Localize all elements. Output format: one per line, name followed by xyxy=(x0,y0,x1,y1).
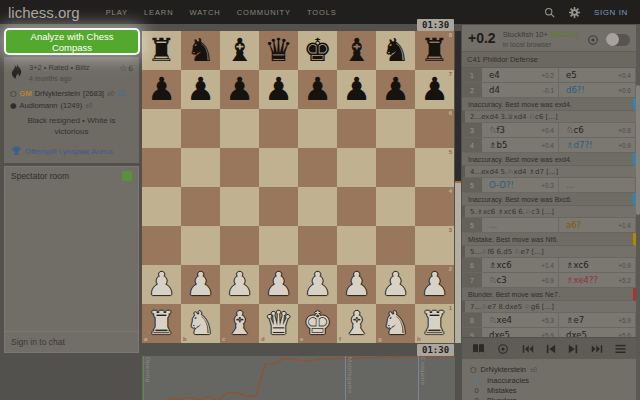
engine-info: Stockfish 10+ WASMX in local browser xyxy=(503,30,578,50)
stat-items: 1Inaccuracies0Mistakes0Blunders xyxy=(470,376,628,400)
white-move[interactable]: ♗b5+0.4 xyxy=(482,138,559,152)
black-bishop-piece[interactable]: ♝ xyxy=(337,31,376,70)
phase-line-middlegame xyxy=(345,356,346,400)
phase-line-endgame xyxy=(418,356,419,400)
square-b7[interactable]: ♟ xyxy=(181,70,220,109)
opening-name: C41 Philidor Defense xyxy=(462,51,636,68)
white-move[interactable]: ♗xc6+1.4 xyxy=(482,258,559,272)
white-pawn-piece[interactable]: ♟ xyxy=(376,265,415,304)
stat-label: Mistakes xyxy=(487,386,517,395)
black-move[interactable]: ♗xe4??+5.2 xyxy=(559,273,636,287)
black-move[interactable]: ♗e7+5.9 xyxy=(559,313,636,327)
square-g8[interactable]: ♞ xyxy=(376,31,415,70)
san-black: a6? xyxy=(566,220,581,230)
square-g1[interactable]: ♞g xyxy=(376,304,415,343)
eval-black: +5.9 xyxy=(618,317,631,324)
square-h2[interactable]: ♟2 xyxy=(415,265,454,304)
move-number: 4 xyxy=(462,138,482,152)
chat-panel: Spectator room Sign in to chat xyxy=(4,166,139,353)
square-c2[interactable]: ♟ xyxy=(220,265,259,304)
scrollbar-thumb[interactable] xyxy=(636,85,640,215)
white-king-piece[interactable]: ♚ xyxy=(298,304,337,343)
nav-item-play[interactable]: PLAY xyxy=(106,8,128,17)
file-label-d: d xyxy=(261,336,265,342)
variation-line[interactable]: 7...♘e7 8.dxe5 ♘g6 [...] xyxy=(462,301,636,313)
rating-diff: ±0 xyxy=(85,102,92,109)
target-icon[interactable] xyxy=(497,343,509,355)
san-black: ♗xe4?? xyxy=(566,275,598,285)
top-nav: lichess.org PLAYLEARNWATCHCOMMUNITYTOOLS… xyxy=(0,0,640,24)
black-knight-piece[interactable]: ♞ xyxy=(376,31,415,70)
board: ♜♞♝♛♚♝♞♜8♟♟♟♟♟♟♟♟76543♟♟♟♟♟♟♟♟2♜a♞b♝c♛d♚… xyxy=(142,31,454,343)
white-pawn-piece[interactable]: ♟ xyxy=(259,265,298,304)
white-bishop-piece[interactable]: ♝ xyxy=(337,304,376,343)
move-row: 1e4+0.2e5+0.4 xyxy=(462,68,636,83)
variation-line[interactable]: 5.♗xc6 ♗xc6 6.♘c3 [...] xyxy=(462,206,636,218)
sign-in-link[interactable]: SIGN IN xyxy=(594,8,628,17)
move-row: 4♗b5+0.4♗d7?!+0.9 xyxy=(462,138,636,153)
file-label-c: c xyxy=(222,336,225,342)
stats-player-diff: ±0 xyxy=(530,366,537,373)
san-black: ... xyxy=(566,180,574,190)
black-knight-piece[interactable]: ♞ xyxy=(181,31,220,70)
player-name: Audiomann xyxy=(20,101,58,110)
file-label-e: e xyxy=(300,336,303,342)
blitz-flame-icon xyxy=(10,63,23,84)
san-black: e5 xyxy=(566,70,577,80)
threat-target-icon[interactable] xyxy=(587,34,599,46)
variation-line[interactable]: 4...exd4 5.♘xd4 ♗d7 [...] xyxy=(462,166,636,178)
square-a3[interactable] xyxy=(142,226,181,265)
eval-white: +0.9 xyxy=(541,277,554,284)
square-d4[interactable] xyxy=(259,187,298,226)
square-e8[interactable]: ♚ xyxy=(298,31,337,70)
square-c8[interactable]: ♝ xyxy=(220,31,259,70)
analysis-toolbar xyxy=(462,337,636,359)
san-black: ♗d7?! xyxy=(566,140,592,150)
trophy-icon xyxy=(12,146,21,157)
square-a8[interactable]: ♜ xyxy=(142,31,181,70)
san-white: ... xyxy=(489,220,497,230)
square-h1[interactable]: ♜h1 xyxy=(415,304,454,343)
white-move[interactable]: ♘xe4+5.3 xyxy=(482,313,559,327)
square-f1[interactable]: ♝f xyxy=(337,304,376,343)
rank-label-5: 5 xyxy=(449,149,452,155)
move-row: 3♘f3+0.4♘c6+0.8 xyxy=(462,123,636,138)
square-e2[interactable]: ♟ xyxy=(298,265,337,304)
file-label-f: f xyxy=(339,336,341,342)
square-f5[interactable] xyxy=(337,148,376,187)
san-white: ♘c3 xyxy=(489,275,507,285)
move-number: 6 xyxy=(462,258,482,272)
white-move[interactable]: O-O?!+0.3 xyxy=(482,178,559,192)
eval-white: +1.4 xyxy=(541,262,554,269)
advantage-line xyxy=(142,356,455,400)
white-pawn-piece[interactable]: ♟ xyxy=(337,265,376,304)
file-label-g: g xyxy=(378,336,382,342)
judgment-comment: Blunder. Best move was Ne7. xyxy=(462,288,636,301)
rating-diff: ±0 xyxy=(107,90,114,97)
judgment-comment: Inaccuracy. Best move was exd4. xyxy=(462,98,636,111)
eval-white: +0.4 xyxy=(541,127,554,134)
chat-title: Spectator room xyxy=(11,171,69,181)
rank-label-4: 4 xyxy=(449,188,452,194)
variation-line[interactable]: 2...exd4 3.♕xd4 ♘c6 [...] xyxy=(462,111,636,123)
file-label-a: a xyxy=(144,336,147,342)
first-icon[interactable] xyxy=(522,344,534,354)
san-black: d6?! xyxy=(566,85,585,95)
square-e4[interactable] xyxy=(298,187,337,226)
white-move[interactable]: ... xyxy=(482,218,559,232)
eval-gauge-tick xyxy=(455,181,461,183)
square-g3[interactable] xyxy=(376,226,415,265)
star-outline-icon: ☆ xyxy=(119,63,127,84)
white-pawn-piece[interactable]: ♟ xyxy=(181,265,220,304)
stat-blunders: 0Blunders xyxy=(473,396,628,400)
black-move[interactable]: d6?!+0.6 xyxy=(559,83,636,97)
square-g2[interactable]: ♟ xyxy=(376,265,415,304)
square-d7[interactable]: ♟ xyxy=(259,70,298,109)
black-king-piece[interactable]: ♚ xyxy=(298,31,337,70)
game-result: Black resigned • White is victorious xyxy=(4,116,139,138)
square-h5[interactable]: 5 xyxy=(415,148,454,187)
lichess-logo[interactable]: lichess.org xyxy=(8,4,80,21)
square-b8[interactable]: ♞ xyxy=(181,31,220,70)
square-d8[interactable]: ♛ xyxy=(259,31,298,70)
stat-count: 0 xyxy=(473,386,480,395)
move-number: 5 xyxy=(462,178,482,192)
rank-label-1: 1 xyxy=(449,305,452,311)
square-f4[interactable] xyxy=(337,187,376,226)
square-b1[interactable]: ♞b xyxy=(181,304,220,343)
square-a5[interactable] xyxy=(142,148,181,187)
black-move[interactable]: a6?+1.4 xyxy=(559,218,636,232)
stat-mistakes: 0Mistakes xyxy=(473,386,628,395)
eval-black: +0.9 xyxy=(618,262,631,269)
stat-count: 1 xyxy=(473,376,480,385)
player-rating: [2683] xyxy=(83,89,104,98)
black-clock: 01:30 xyxy=(417,19,454,31)
white-pawn-piece[interactable]: ♟ xyxy=(142,265,181,304)
rank-label-3: 3 xyxy=(449,227,452,233)
analysis-panel: +0.2 Stockfish 10+ WASMX in local browse… xyxy=(462,25,636,400)
eval-gauge-black xyxy=(455,31,461,181)
move-row: 9dxe5+5.9dxe5+5.6 xyxy=(462,328,636,337)
eval-black: +0.8 xyxy=(618,127,631,134)
eval-black: +0.6 xyxy=(618,87,631,94)
eval-black: +5.2 xyxy=(618,277,631,284)
variation-line[interactable]: 5...♘f6 6.d5 ♘e7 [...] xyxy=(462,246,636,258)
eval-black: +0.4 xyxy=(618,72,631,79)
move-row: 8♘xe4+5.3♗e7+5.9 xyxy=(462,313,636,328)
next-icon[interactable] xyxy=(568,344,578,354)
rank-label-7: 7 xyxy=(449,71,452,77)
phase-label-endgame: Endgame xyxy=(420,357,426,386)
rank-label-6: 6 xyxy=(449,110,452,116)
white-move[interactable]: dxe5+5.9 xyxy=(482,328,559,337)
black-move[interactable]: ♘c6+0.8 xyxy=(559,123,636,137)
file-label-b: b xyxy=(183,336,187,342)
square-h6[interactable]: 6 xyxy=(415,109,454,148)
eval-white: -0.1 xyxy=(543,87,554,94)
square-g4[interactable] xyxy=(376,187,415,226)
black-move[interactable]: ♗xc6+0.9 xyxy=(559,258,636,272)
san-black: ♘c6 xyxy=(566,125,584,135)
san-white: ♘xe4 xyxy=(489,315,512,325)
stat-inaccuracies: 1Inaccuracies xyxy=(473,376,628,385)
square-d6[interactable] xyxy=(259,109,298,148)
square-h3[interactable]: 3 xyxy=(415,226,454,265)
square-b4[interactable] xyxy=(181,187,220,226)
square-f2[interactable]: ♟ xyxy=(337,265,376,304)
time-control-label: 3+2 • Rated • Blitz xyxy=(29,63,90,72)
game-meta-panel: 3+2 • Rated • Blitz 4 months ago ☆6 ○GMD… xyxy=(4,57,139,163)
gear-icon[interactable] xyxy=(569,7,580,18)
san-black: dxe5 xyxy=(566,330,587,337)
advantage-chart[interactable]: OpeningMiddlegameEndgame xyxy=(142,356,455,400)
game-date: 4 months ago xyxy=(29,75,90,82)
square-c5[interactable] xyxy=(220,148,259,187)
square-g6[interactable] xyxy=(376,109,415,148)
square-c6[interactable] xyxy=(220,109,259,148)
nav-item-watch[interactable]: WATCH xyxy=(189,8,220,17)
move-row: 2d4-0.1d6?!+0.6 xyxy=(462,83,636,98)
engine-sub: in local browser xyxy=(503,41,552,48)
players-list: ○GMDrNykterstein[2683]±0●Audiomann(1249)… xyxy=(4,89,139,110)
black-move[interactable]: ... xyxy=(559,178,636,192)
file-label-h: h xyxy=(417,336,421,342)
black-pawn-piece[interactable]: ♟ xyxy=(376,70,415,109)
chat-login-prompt[interactable]: Sign in to chat xyxy=(5,331,138,352)
square-f7[interactable]: ♟ xyxy=(337,70,376,109)
eval-white: +0.3 xyxy=(541,182,554,189)
square-a4[interactable] xyxy=(142,187,181,226)
square-c4[interactable] xyxy=(220,187,259,226)
square-e3[interactable] xyxy=(298,226,337,265)
player-row-black[interactable]: ●Audiomann(1249)±0 xyxy=(10,101,133,110)
square-e1[interactable]: ♚e xyxy=(298,304,337,343)
black-pawn-piece[interactable]: ♟ xyxy=(259,70,298,109)
engine-toggle-knob xyxy=(606,33,619,46)
move-number: 2 xyxy=(462,83,482,97)
square-b5[interactable] xyxy=(181,148,220,187)
eval-gauge xyxy=(455,31,461,343)
eval-black: +1.4 xyxy=(618,222,631,229)
prev-icon[interactable] xyxy=(546,344,556,354)
lichess-analysis-page: lichess.org PLAYLEARNWATCHCOMMUNITYTOOLS… xyxy=(0,0,640,400)
black-pawn-piece[interactable]: ♟ xyxy=(337,70,376,109)
move-row: 7♘c3+0.9♗xe4??+5.2 xyxy=(462,273,636,288)
book-icon[interactable] xyxy=(472,343,485,354)
phase-label-opening: Opening xyxy=(145,357,151,383)
square-d1[interactable]: ♛d xyxy=(259,304,298,343)
white-pawn-piece[interactable]: ♟ xyxy=(220,265,259,304)
stat-label: Inaccuracies xyxy=(487,376,529,385)
white-circle-icon: ○ xyxy=(10,89,17,98)
square-g7[interactable]: ♟ xyxy=(376,70,415,109)
square-h7[interactable]: ♟7 xyxy=(415,70,454,109)
san-white: e4 xyxy=(489,70,500,80)
san-white: O-O?! xyxy=(489,180,514,190)
stat-label: Blunders xyxy=(487,396,517,400)
player-rating: (1249) xyxy=(61,101,83,110)
white-clock: 01:30 xyxy=(417,344,454,356)
square-a6[interactable] xyxy=(142,109,181,148)
white-move[interactable]: e4+0.2 xyxy=(482,68,559,82)
panel-scrollbar xyxy=(636,25,640,400)
black-bishop-piece[interactable]: ♝ xyxy=(220,31,259,70)
black-circle-icon: ● xyxy=(10,101,17,110)
square-f6[interactable] xyxy=(337,109,376,148)
move-number: 3 xyxy=(462,123,482,137)
white-move[interactable]: ♘f3+0.4 xyxy=(482,123,559,137)
nav-item-community[interactable]: COMMUNITY xyxy=(237,8,291,17)
san-white: dxe5 xyxy=(489,330,510,337)
black-move[interactable]: e5+0.4 xyxy=(559,68,636,82)
san-white: d4 xyxy=(489,85,500,95)
stat-count: 0 xyxy=(473,396,480,400)
square-b3[interactable] xyxy=(181,226,220,265)
tournament-name: Offerspill Lynsjakk Arena xyxy=(25,147,113,156)
square-c1[interactable]: ♝c xyxy=(220,304,259,343)
last-icon[interactable] xyxy=(591,344,603,354)
square-d3[interactable] xyxy=(259,226,298,265)
eval-white: +0.4 xyxy=(541,142,554,149)
black-move[interactable]: dxe5+5.6 xyxy=(559,328,636,337)
san-black: ♗e7 xyxy=(566,315,584,325)
black-queen-piece[interactable]: ♛ xyxy=(259,31,298,70)
move-row: 5O-O?!+0.3... xyxy=(462,178,636,193)
nav-right: SIGN IN xyxy=(544,7,628,18)
player-row-white[interactable]: ○GMDrNykterstein[2683]±0 xyxy=(10,89,133,98)
san-white: ♗xc6 xyxy=(489,260,512,270)
engine-badge: WASMX xyxy=(550,30,578,39)
white-rook-piece[interactable]: ♜ xyxy=(142,304,181,343)
square-e7[interactable]: ♟ xyxy=(298,70,337,109)
search-icon[interactable] xyxy=(544,7,555,18)
nav-menu: PLAYLEARNWATCHCOMMUNITYTOOLS xyxy=(106,8,337,17)
black-pawn-piece[interactable]: ♟ xyxy=(298,70,337,109)
eval-white: +5.3 xyxy=(541,317,554,324)
stats-player-name: DrNykterstein xyxy=(481,365,526,374)
engine-eval: +0.2 xyxy=(468,30,496,46)
square-a7[interactable]: ♟ xyxy=(142,70,181,109)
square-e6[interactable] xyxy=(298,109,337,148)
nav-item-learn[interactable]: LEARN xyxy=(144,8,174,17)
move-number: 9 xyxy=(462,328,482,337)
san-white: ♗b5 xyxy=(489,140,507,150)
phase-line-opening xyxy=(143,356,144,400)
rank-label-2: 2 xyxy=(449,266,452,272)
square-e5[interactable] xyxy=(298,148,337,187)
analyze-with-chess-compass-button[interactable]: Analyze with Chess Compass xyxy=(6,30,138,53)
favorite-star[interactable]: ☆6 xyxy=(119,63,133,84)
move-number: 1 xyxy=(462,68,482,82)
chat-messages xyxy=(5,183,138,331)
move-list: 1e4+0.2e5+0.42d4-0.1d6?!+0.6Inaccuracy. … xyxy=(462,68,636,337)
square-f8[interactable]: ♝ xyxy=(337,31,376,70)
engine-name: Stockfish 10+ xyxy=(503,30,548,39)
square-c7[interactable]: ♟ xyxy=(220,70,259,109)
star-count: 6 xyxy=(128,64,133,84)
white-pawn-piece[interactable]: ♟ xyxy=(298,265,337,304)
phase-label-middlegame: Middlegame xyxy=(347,357,353,394)
square-c3[interactable] xyxy=(220,226,259,265)
move-row: 6♗xc6+1.4♗xc6+0.9 xyxy=(462,258,636,273)
black-move[interactable]: ♗d7?!+0.9 xyxy=(559,138,636,152)
square-a2[interactable]: ♟ xyxy=(142,265,181,304)
judgment-comment: Inaccuracy. Best move was exd4. xyxy=(462,153,636,166)
move-number: 8 xyxy=(462,313,482,327)
square-g5[interactable] xyxy=(376,148,415,187)
black-pawn-piece[interactable]: ♟ xyxy=(142,70,181,109)
chat-toggle[interactable] xyxy=(122,171,132,181)
square-b2[interactable]: ♟ xyxy=(181,265,220,304)
san-white: ♘f3 xyxy=(489,125,505,135)
rank-label-8: 8 xyxy=(449,32,452,38)
white-move[interactable]: d4-0.1 xyxy=(482,83,559,97)
black-rook-piece[interactable]: ♜ xyxy=(142,31,181,70)
judgment-comment: Inaccuracy. Best move was Bxc6. xyxy=(462,193,636,206)
player-name: DrNykterstein xyxy=(35,89,80,98)
nav-item-tools[interactable]: TOOLS xyxy=(307,8,337,17)
black-pawn-piece[interactable]: ♟ xyxy=(181,70,220,109)
player-title: GM xyxy=(20,89,32,98)
black-pawn-piece[interactable]: ♟ xyxy=(220,70,259,109)
eval-black: +0.9 xyxy=(618,142,631,149)
engine-toggle[interactable] xyxy=(606,34,630,46)
san-black: ♗xc6 xyxy=(566,260,589,270)
white-move[interactable]: ♘c3+0.9 xyxy=(482,273,559,287)
square-a1[interactable]: ♜a xyxy=(142,304,181,343)
white-circle-icon: ○ xyxy=(470,365,477,374)
move-row: 5...a6?+1.4 xyxy=(462,218,636,233)
judgment-comment: Mistake. Best move was Nf6. xyxy=(462,233,636,246)
white-bishop-piece[interactable]: ♝ xyxy=(220,304,259,343)
square-h4[interactable]: 4 xyxy=(415,187,454,226)
stream-icon xyxy=(118,90,127,97)
square-h8[interactable]: ♜8 xyxy=(415,31,454,70)
player-accuracy-stats: ○ DrNykterstein ±0 1Inaccuracies0Mistake… xyxy=(462,361,636,400)
move-number: 7 xyxy=(462,273,482,287)
menu-icon[interactable] xyxy=(615,344,626,354)
tournament-link[interactable]: Offerspill Lynsjakk Arena xyxy=(4,146,139,157)
move-number: 5 xyxy=(462,218,482,232)
square-b6[interactable] xyxy=(181,109,220,148)
square-d2[interactable]: ♟ xyxy=(259,265,298,304)
square-d5[interactable] xyxy=(259,148,298,187)
square-f3[interactable] xyxy=(337,226,376,265)
eval-white: +0.2 xyxy=(541,72,554,79)
stats-player-row: ○ DrNykterstein ±0 xyxy=(470,365,628,374)
